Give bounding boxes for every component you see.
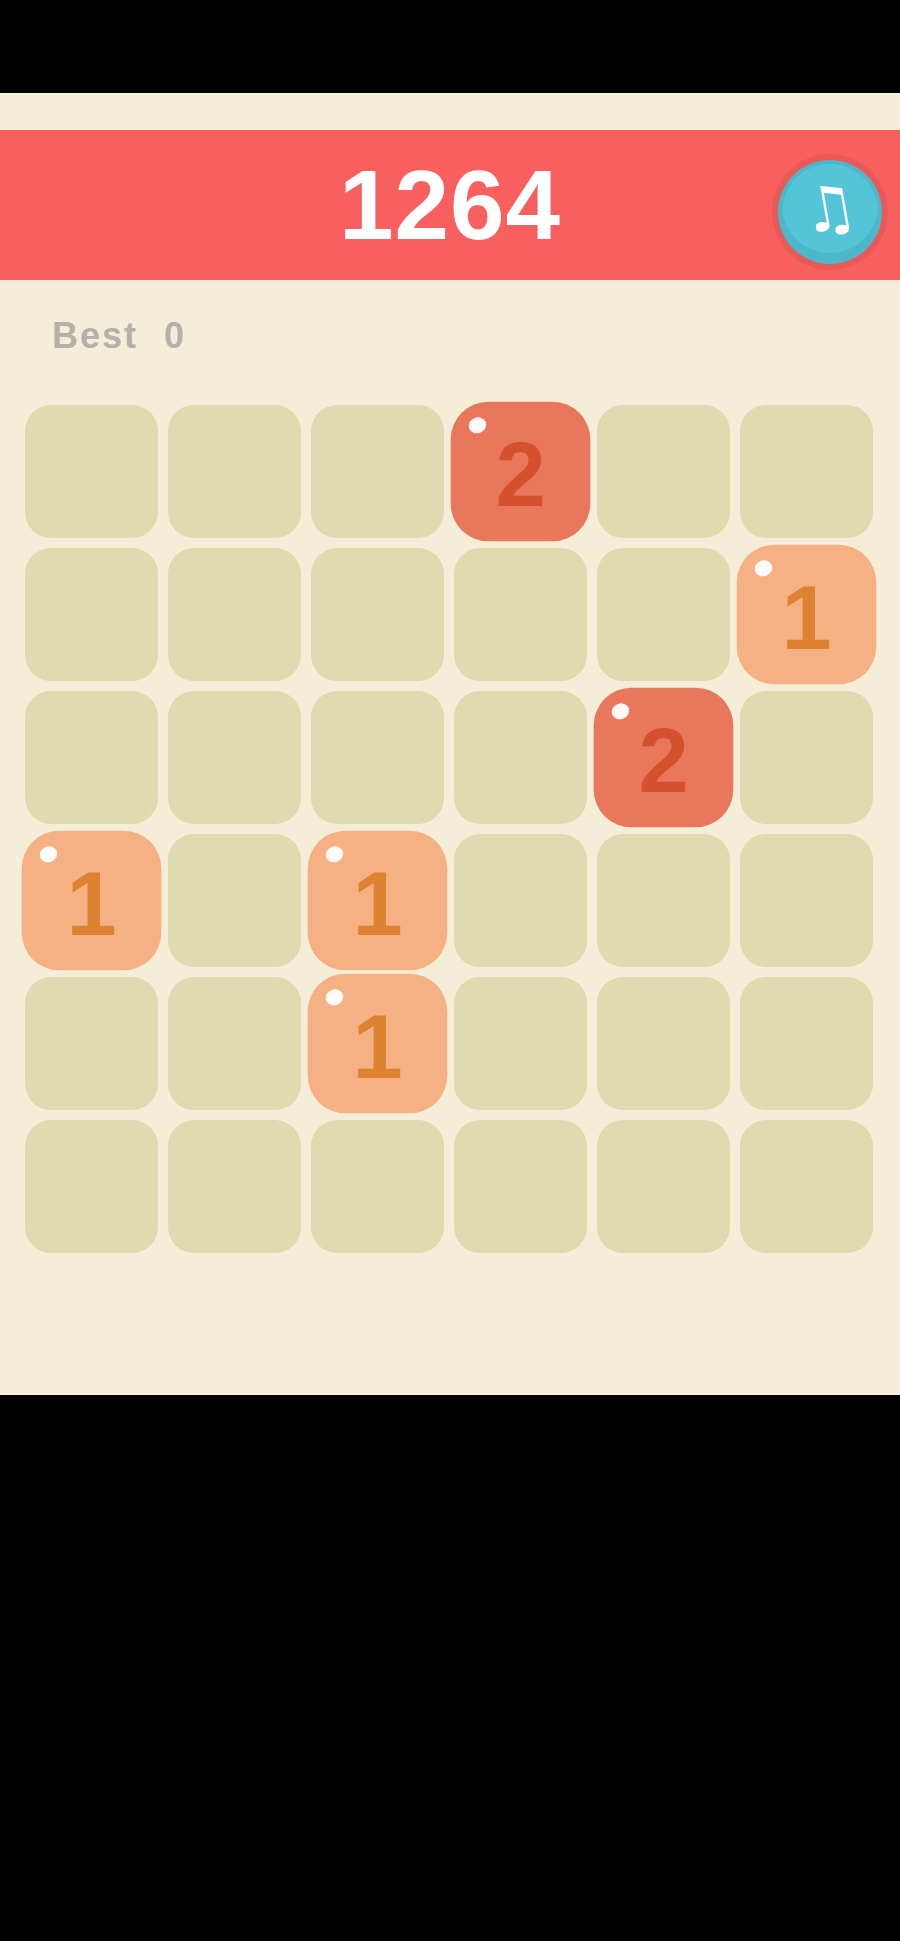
board-cell: [168, 977, 301, 1110]
board-cell: [597, 977, 730, 1110]
best-score: Best0: [52, 315, 186, 357]
tile-number: 2: [638, 714, 688, 804]
tile-number: 1: [352, 1000, 402, 1090]
tile-2[interactable]: 2: [451, 402, 591, 542]
tile-shine-highlight: [323, 844, 345, 865]
tile-shine-highlight: [752, 558, 774, 579]
music-button[interactable]: ♫: [778, 160, 882, 264]
board-cell: [597, 834, 730, 967]
board-cell: [740, 405, 873, 538]
board-cell: [740, 691, 873, 824]
best-label: Best: [52, 315, 138, 356]
tile-shine-highlight: [37, 844, 59, 865]
top-letterbox: [0, 0, 900, 93]
board-cell: [454, 691, 587, 824]
board-cell: [168, 548, 301, 681]
board-cell: [597, 1120, 730, 1253]
game-board[interactable]: 212111: [25, 405, 873, 1253]
board-cell: [740, 977, 873, 1110]
board-cell: [25, 1120, 158, 1253]
board-cell: [25, 691, 158, 824]
board-cell: [311, 691, 444, 824]
phone-screen: 1264 ♫ Best0 212111: [0, 0, 900, 1941]
board-cell: [454, 548, 587, 681]
tile-number: 2: [495, 428, 545, 518]
tile-number: 1: [352, 857, 402, 947]
bottom-letterbox: [0, 1395, 900, 1941]
music-note-icon: ♫: [797, 174, 863, 245]
board-cell: [740, 834, 873, 967]
tile-number: 1: [781, 571, 831, 661]
tile-1[interactable]: 1: [737, 545, 877, 685]
game-area: 1264 ♫ Best0 212111: [0, 93, 900, 1395]
board-cell: [25, 548, 158, 681]
score-value: 1264: [0, 130, 900, 280]
board-cell: [597, 548, 730, 681]
board-cell: [311, 1120, 444, 1253]
board-cell: [454, 977, 587, 1110]
board-cell: [454, 834, 587, 967]
tile-1[interactable]: 1: [308, 831, 448, 971]
board-cell: [597, 405, 730, 538]
tile-2[interactable]: 2: [594, 688, 734, 828]
board-cell: [25, 405, 158, 538]
board-cell: [168, 834, 301, 967]
tile-shine-highlight: [466, 415, 488, 436]
score-bar: 1264 ♫: [0, 130, 900, 280]
tile-1[interactable]: 1: [22, 831, 162, 971]
board-cell: [311, 548, 444, 681]
best-value: 0: [164, 315, 186, 356]
board-cell: [168, 1120, 301, 1253]
tile-1[interactable]: 1: [308, 974, 448, 1114]
board-cell: [25, 977, 158, 1110]
board-cell: [454, 1120, 587, 1253]
board-cell: [168, 691, 301, 824]
tile-number: 1: [66, 857, 116, 947]
tile-shine-highlight: [323, 987, 345, 1008]
board-cell: [168, 405, 301, 538]
board-cell: [311, 405, 444, 538]
board-cell: [740, 1120, 873, 1253]
tile-shine-highlight: [609, 701, 631, 722]
